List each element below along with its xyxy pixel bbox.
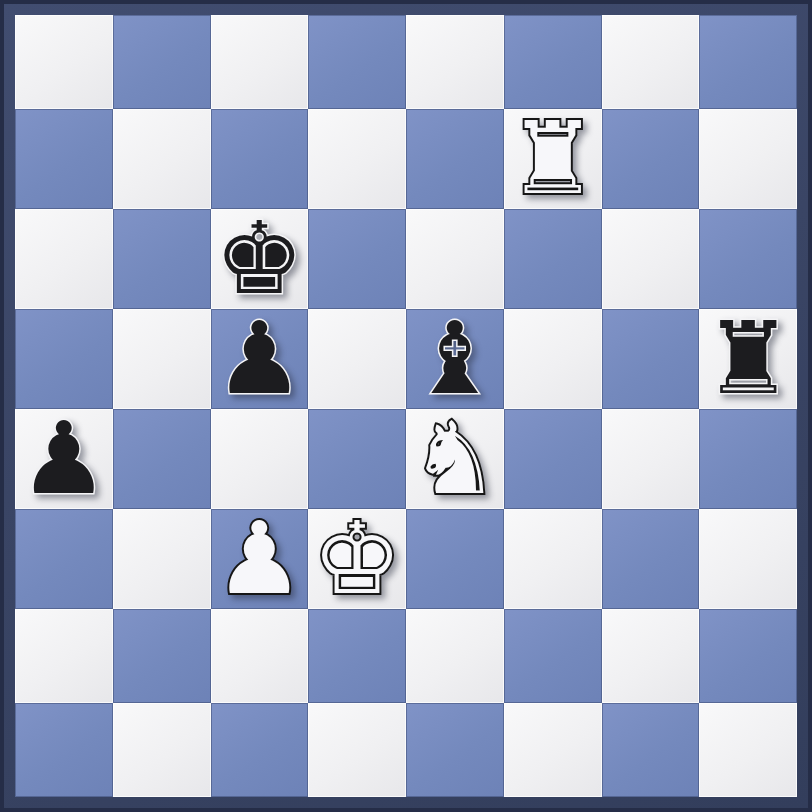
square-h6[interactable] — [699, 209, 797, 309]
square-a1[interactable] — [15, 703, 113, 797]
square-d7[interactable] — [308, 109, 406, 209]
square-f6[interactable] — [504, 209, 602, 309]
square-c5[interactable]: ♟♟ — [211, 309, 309, 409]
black-pawn-icon: ♟ — [19, 409, 109, 509]
square-a7[interactable] — [15, 109, 113, 209]
square-b1[interactable] — [113, 703, 211, 797]
square-e7[interactable] — [406, 109, 504, 209]
square-h3[interactable] — [699, 509, 797, 609]
square-e2[interactable] — [406, 609, 504, 703]
white-pawn-c3[interactable]: ♟♟ — [215, 509, 305, 609]
square-d8[interactable] — [308, 15, 406, 109]
square-d5[interactable] — [308, 309, 406, 409]
square-h4[interactable] — [699, 409, 797, 509]
square-c6[interactable]: ♚♚ — [211, 209, 309, 309]
square-b6[interactable] — [113, 209, 211, 309]
black-pawn-icon: ♟ — [215, 309, 305, 409]
square-g1[interactable] — [602, 703, 700, 797]
square-g7[interactable] — [602, 109, 700, 209]
square-f2[interactable] — [504, 609, 602, 703]
square-c8[interactable] — [211, 15, 309, 109]
white-king-icon: ♚ — [312, 509, 402, 609]
square-d3[interactable]: ♚♚ — [308, 509, 406, 609]
square-f5[interactable] — [504, 309, 602, 409]
square-g5[interactable] — [602, 309, 700, 409]
white-pawn-icon: ♟ — [215, 509, 305, 609]
square-d1[interactable] — [308, 703, 406, 797]
square-g8[interactable] — [602, 15, 700, 109]
black-king-c6[interactable]: ♚♚ — [215, 209, 305, 309]
square-g2[interactable] — [602, 609, 700, 703]
square-b3[interactable] — [113, 509, 211, 609]
square-e3[interactable] — [406, 509, 504, 609]
square-g6[interactable] — [602, 209, 700, 309]
white-rook-f7[interactable]: ♜♜ — [508, 109, 598, 209]
square-h1[interactable] — [699, 703, 797, 797]
square-b7[interactable] — [113, 109, 211, 209]
chess-board: ♜♜♚♚♟♟♝♝♜♜♟♟♞♞♟♟♚♚ — [15, 15, 797, 797]
square-b5[interactable] — [113, 309, 211, 409]
square-h2[interactable] — [699, 609, 797, 703]
square-a8[interactable] — [15, 15, 113, 109]
square-a3[interactable] — [15, 509, 113, 609]
square-h7[interactable] — [699, 109, 797, 209]
black-bishop-e5[interactable]: ♝♝ — [410, 309, 500, 409]
white-king-d3[interactable]: ♚♚ — [312, 509, 402, 609]
square-e6[interactable] — [406, 209, 504, 309]
square-g3[interactable] — [602, 509, 700, 609]
square-h5[interactable]: ♜♜ — [699, 309, 797, 409]
square-e4[interactable]: ♞♞ — [406, 409, 504, 509]
square-c7[interactable] — [211, 109, 309, 209]
black-king-icon: ♚ — [215, 209, 305, 309]
square-b8[interactable] — [113, 15, 211, 109]
square-f1[interactable] — [504, 703, 602, 797]
black-bishop-icon: ♝ — [410, 309, 500, 409]
square-h8[interactable] — [699, 15, 797, 109]
square-c3[interactable]: ♟♟ — [211, 509, 309, 609]
black-rook-h5[interactable]: ♜♜ — [703, 309, 793, 409]
square-e1[interactable] — [406, 703, 504, 797]
square-b2[interactable] — [113, 609, 211, 703]
square-d6[interactable] — [308, 209, 406, 309]
square-a2[interactable] — [15, 609, 113, 703]
square-e5[interactable]: ♝♝ — [406, 309, 504, 409]
square-b4[interactable] — [113, 409, 211, 509]
square-f3[interactable] — [504, 509, 602, 609]
square-f7[interactable]: ♜♜ — [504, 109, 602, 209]
white-knight-icon: ♞ — [410, 409, 500, 509]
black-pawn-c5[interactable]: ♟♟ — [215, 309, 305, 409]
chess-board-frame: ♜♜♚♚♟♟♝♝♜♜♟♟♞♞♟♟♚♚ — [0, 0, 812, 812]
square-d2[interactable] — [308, 609, 406, 703]
square-f8[interactable] — [504, 15, 602, 109]
square-f4[interactable] — [504, 409, 602, 509]
square-d4[interactable] — [308, 409, 406, 509]
black-rook-icon: ♜ — [703, 309, 793, 409]
white-rook-icon: ♜ — [508, 109, 598, 209]
white-knight-e4[interactable]: ♞♞ — [410, 409, 500, 509]
square-a4[interactable]: ♟♟ — [15, 409, 113, 509]
square-a6[interactable] — [15, 209, 113, 309]
square-c1[interactable] — [211, 703, 309, 797]
black-pawn-a4[interactable]: ♟♟ — [19, 409, 109, 509]
square-c4[interactable] — [211, 409, 309, 509]
square-c2[interactable] — [211, 609, 309, 703]
square-g4[interactable] — [602, 409, 700, 509]
square-e8[interactable] — [406, 15, 504, 109]
square-a5[interactable] — [15, 309, 113, 409]
